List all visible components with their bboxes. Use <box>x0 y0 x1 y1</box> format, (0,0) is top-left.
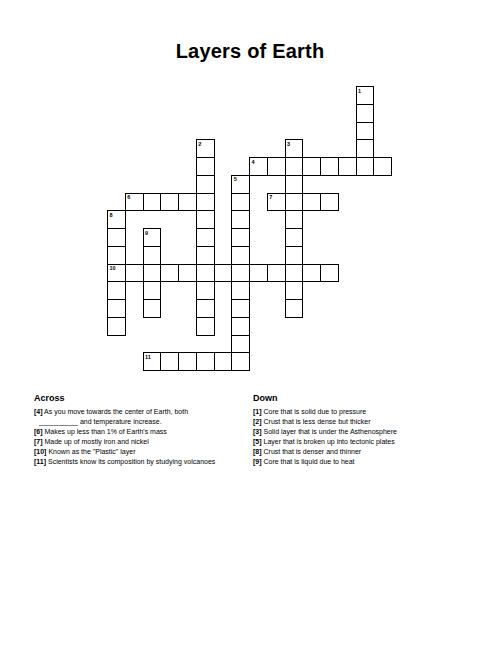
grid-cell[interactable] <box>160 264 179 283</box>
crossword-page: { "game": "crossword", "title": "Layers … <box>0 0 500 647</box>
grid-cell[interactable] <box>214 352 233 371</box>
clue-number-label: [5] <box>253 438 262 445</box>
grid-cell[interactable]: 9 <box>143 228 162 247</box>
clue-text: Crust that is less dense but thicker <box>262 418 371 425</box>
clue-number-label: [6] <box>34 428 43 435</box>
grid-cell[interactable]: 5 <box>231 175 250 194</box>
grid-cell[interactable] <box>320 264 339 283</box>
grid-cell[interactable] <box>214 264 233 283</box>
grid-cell[interactable] <box>196 264 215 283</box>
down-header: Down <box>253 393 491 403</box>
across-header: Across <box>34 393 249 403</box>
clue-text: Core that is solid due to pressure <box>262 408 367 415</box>
grid-cell[interactable] <box>196 193 215 212</box>
clue-item: [5] Layer that is broken up into tectoni… <box>253 437 491 447</box>
grid-cell[interactable] <box>231 352 250 371</box>
grid-cell[interactable] <box>196 175 215 194</box>
grid-cell[interactable] <box>285 175 304 194</box>
clue-number: 9 <box>145 230 148 236</box>
grid-cell[interactable] <box>267 157 286 176</box>
grid-cell[interactable]: 8 <box>107 210 126 229</box>
clue-text: Scientists know its composition by study… <box>46 458 215 465</box>
grid-cell[interactable] <box>143 193 162 212</box>
clue-number-label: [2] <box>253 418 262 425</box>
clue-text: Made up of mostly iron and nickel <box>43 438 149 445</box>
grid-cell[interactable] <box>196 228 215 247</box>
grid-cell[interactable] <box>285 193 304 212</box>
clue-text: Crust that is denser and thinner <box>262 448 362 455</box>
grid-cell[interactable] <box>231 210 250 229</box>
grid-cell[interactable] <box>196 210 215 229</box>
grid-cell[interactable] <box>143 281 162 300</box>
grid-cell[interactable] <box>285 281 304 300</box>
grid-cell[interactable] <box>356 104 375 123</box>
clue-text: Core that is liquid due to heat <box>262 458 355 465</box>
grid-cell[interactable] <box>320 157 339 176</box>
grid-cell[interactable] <box>231 228 250 247</box>
grid-cell[interactable] <box>107 246 126 265</box>
grid-cell[interactable] <box>356 139 375 158</box>
grid-cell[interactable] <box>231 317 250 336</box>
clue-item: [10] Known as the "Plastic" layer <box>34 447 249 457</box>
grid-cell[interactable] <box>196 352 215 371</box>
clue-number: 10 <box>110 265 116 271</box>
grid-cell[interactable] <box>231 335 250 354</box>
grid-cell[interactable] <box>231 281 250 300</box>
grid-cell[interactable] <box>107 299 126 318</box>
grid-cell[interactable] <box>107 228 126 247</box>
clue-number-label: [11] <box>34 458 46 465</box>
grid-cell[interactable] <box>373 157 392 176</box>
grid-cell[interactable]: 3 <box>285 139 304 158</box>
grid-cell[interactable] <box>302 193 321 212</box>
grid-cell[interactable] <box>143 264 162 283</box>
down-list: [1] Core that is solid due to pressure[2… <box>253 407 491 467</box>
puzzle-title: Layers of Earth <box>0 40 500 63</box>
grid-cell[interactable] <box>231 246 250 265</box>
across-section: Across [4] As you move towards the cente… <box>34 393 249 467</box>
grid-cell[interactable] <box>107 317 126 336</box>
grid-cell[interactable] <box>196 246 215 265</box>
grid-cell[interactable]: 7 <box>267 193 286 212</box>
grid-cell[interactable] <box>143 299 162 318</box>
grid-cell[interactable] <box>178 193 197 212</box>
grid-cell[interactable] <box>338 157 357 176</box>
clue-item: [6] Makes up less than 1% of Earth's mas… <box>34 427 249 437</box>
grid-cell[interactable]: 6 <box>125 193 144 212</box>
clue-item: [4] As you move towards the center of Ea… <box>34 407 249 427</box>
clue-number: 1 <box>358 88 361 94</box>
grid-cell[interactable] <box>231 193 250 212</box>
grid-cell[interactable] <box>196 157 215 176</box>
clue-number: 5 <box>234 176 237 182</box>
clue-item: [1] Core that is solid due to pressure <box>253 407 491 417</box>
grid-cell[interactable] <box>356 157 375 176</box>
grid-cell[interactable] <box>285 228 304 247</box>
grid-cell[interactable] <box>302 157 321 176</box>
clue-number: 7 <box>269 194 272 200</box>
grid-cell[interactable] <box>160 352 179 371</box>
clue-item: [11] Scientists know its composition by … <box>34 457 249 467</box>
clue-number-label: [7] <box>34 438 43 445</box>
clue-number: 2 <box>198 141 201 147</box>
across-list: [4] As you move towards the center of Ea… <box>34 407 249 467</box>
clue-number-label: [9] <box>253 458 262 465</box>
grid-cell[interactable]: 10 <box>107 264 126 283</box>
grid-cell[interactable] <box>160 193 179 212</box>
clue-item: [2] Crust that is less dense but thicker <box>253 417 491 427</box>
grid-cell[interactable] <box>178 264 197 283</box>
clue-text: Known as the "Plastic" layer <box>46 448 135 455</box>
clue-item: [8] Crust that is denser and thinner <box>253 447 491 457</box>
clue-number-label: [4] <box>34 408 43 415</box>
grid-cell[interactable] <box>320 193 339 212</box>
grid-cell[interactable] <box>178 352 197 371</box>
clue-number-label: [3] <box>253 428 262 435</box>
clue-text: Layer that is broken up into tectonic pl… <box>262 438 395 445</box>
grid-cell[interactable] <box>231 299 250 318</box>
clue-text: As you move towards the center of Earth,… <box>39 408 188 425</box>
grid-cell[interactable] <box>356 122 375 141</box>
grid-cell[interactable] <box>196 299 215 318</box>
grid-cell[interactable] <box>267 264 286 283</box>
grid-cell[interactable] <box>107 281 126 300</box>
grid-cell[interactable]: 4 <box>249 157 268 176</box>
down-section: Down [1] Core that is solid due to press… <box>253 393 491 467</box>
grid-cell[interactable]: 11 <box>143 352 162 371</box>
clue-item: [7] Made up of mostly iron and nickel <box>34 437 249 447</box>
clue-number-label: [10] <box>34 448 46 455</box>
crossword-grid: 1234567891011 <box>107 86 393 372</box>
clue-number-label: [1] <box>253 408 262 415</box>
grid-cell[interactable] <box>285 210 304 229</box>
grid-cell[interactable] <box>143 246 162 265</box>
grid-cell[interactable]: 1 <box>356 86 375 105</box>
grid-cell[interactable] <box>302 264 321 283</box>
grid-cell[interactable] <box>196 317 215 336</box>
grid-cell[interactable] <box>285 299 304 318</box>
grid-cell[interactable] <box>125 264 144 283</box>
grid-cell[interactable] <box>285 264 304 283</box>
clue-number: 11 <box>145 354 151 360</box>
clue-number: 6 <box>127 194 130 200</box>
grid-cell[interactable]: 2 <box>196 139 215 158</box>
grid-cell[interactable] <box>285 246 304 265</box>
grid-cell[interactable] <box>196 281 215 300</box>
grid-cell[interactable] <box>249 264 268 283</box>
clue-number: 8 <box>110 212 113 218</box>
clue-text: Solid layer that is under the Asthenosph… <box>262 428 397 435</box>
clue-number-label: [8] <box>253 448 262 455</box>
grid-cell[interactable] <box>231 264 250 283</box>
clue-text: Makes up less than 1% of Earth's mass <box>43 428 167 435</box>
grid-cell[interactable] <box>285 157 304 176</box>
clue-item: [3] Solid layer that is under the Asthen… <box>253 427 491 437</box>
clue-number: 3 <box>287 141 290 147</box>
clue-item: [9] Core that is liquid due to heat <box>253 457 491 467</box>
clue-number: 4 <box>252 159 255 165</box>
